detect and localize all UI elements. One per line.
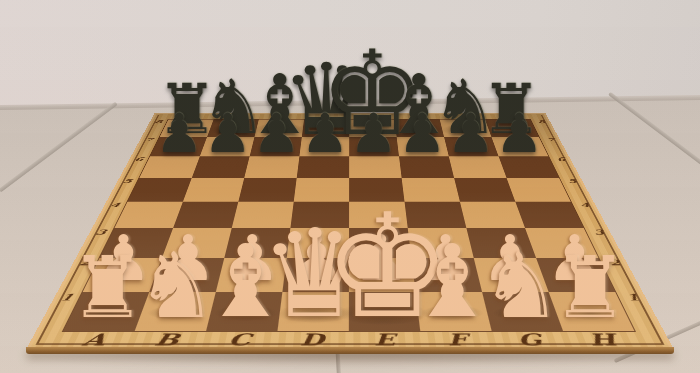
piece-black-pawn-h7[interactable]: ♟ — [459, 107, 579, 161]
piece-white-rook-h1[interactable]: ♜ — [530, 245, 650, 330]
tile-grout-line — [0, 102, 118, 193]
square-c5[interactable] — [238, 178, 296, 202]
photo-scene: ABCDEFGH8877665544332211 ♜♞♝♛♚♝♞♜♟♟♟♟♟♟♟… — [0, 0, 700, 373]
square-b5[interactable] — [183, 178, 244, 202]
square-g5[interactable] — [454, 178, 515, 202]
tile-grout-line — [608, 92, 700, 169]
square-h5[interactable] — [507, 178, 571, 202]
